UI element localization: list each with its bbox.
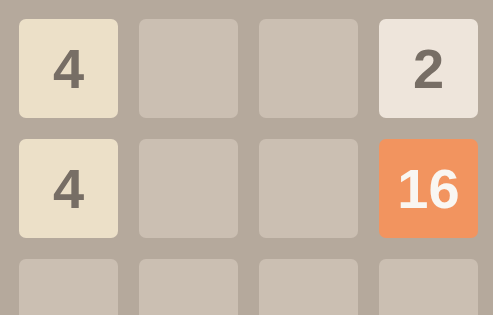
empty-cell-r2c3 (259, 139, 358, 238)
empty-cell-r1c2 (139, 19, 238, 118)
empty-cell-r1c3 (259, 19, 358, 118)
board-grid: 42416 (19, 19, 478, 315)
empty-cell-r3c3 (259, 259, 358, 315)
tile-4-r2c1: 4 (19, 139, 118, 238)
empty-cell-r2c2 (139, 139, 238, 238)
tile-16-r2c4: 16 (379, 139, 478, 238)
empty-cell-r3c4 (379, 259, 478, 315)
game-board-2048[interactable]: 42416 (0, 0, 493, 315)
empty-cell-r3c1 (19, 259, 118, 315)
tile-4-r1c1: 4 (19, 19, 118, 118)
empty-cell-r3c2 (139, 259, 238, 315)
tile-2-r1c4: 2 (379, 19, 478, 118)
